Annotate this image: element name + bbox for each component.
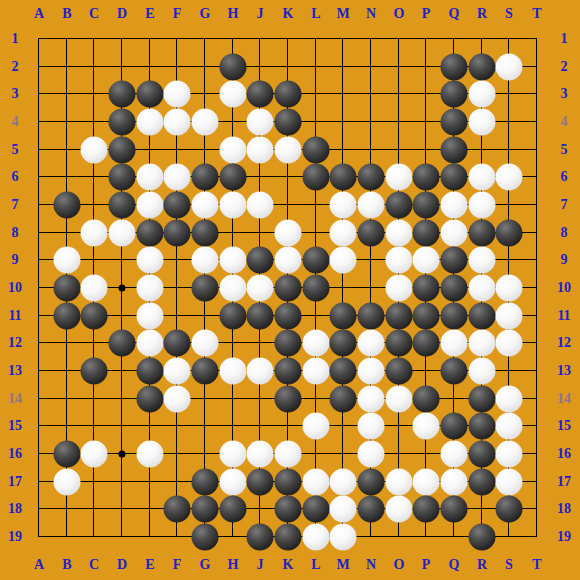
white-stone-S14[interactable] <box>495 385 522 412</box>
black-stone-K11[interactable] <box>274 302 301 329</box>
column-label-bottom: F <box>173 557 182 573</box>
black-stone-M12[interactable] <box>329 329 356 356</box>
column-label-bottom: N <box>366 557 376 573</box>
white-stone-E9[interactable] <box>136 246 163 273</box>
white-stone-R7[interactable] <box>468 191 495 218</box>
column-label-top: K <box>283 6 294 22</box>
white-stone-L12[interactable] <box>302 329 329 356</box>
black-stone-O7[interactable] <box>385 191 412 218</box>
white-stone-S2[interactable] <box>495 53 522 80</box>
column-label-top: N <box>366 6 376 22</box>
column-label-bottom: T <box>532 557 541 573</box>
row-label-right: 19 <box>557 529 571 545</box>
column-label-bottom: G <box>200 557 211 573</box>
white-stone-E4[interactable] <box>136 108 163 135</box>
black-stone-P8[interactable] <box>412 219 439 246</box>
column-label-top: T <box>532 6 541 22</box>
black-stone-G10[interactable] <box>191 274 218 301</box>
black-stone-L18[interactable] <box>302 495 329 522</box>
black-stone-G18[interactable] <box>191 495 218 522</box>
row-label-left: 19 <box>8 529 22 545</box>
white-stone-S6[interactable] <box>495 163 522 190</box>
white-stone-O9[interactable] <box>385 246 412 273</box>
black-stone-E13[interactable] <box>136 357 163 384</box>
white-stone-Q12[interactable] <box>440 329 467 356</box>
white-stone-S10[interactable] <box>495 274 522 301</box>
black-stone-C13[interactable] <box>80 357 107 384</box>
row-label-left: 16 <box>8 446 22 462</box>
column-label-top: M <box>336 6 349 22</box>
black-stone-O13[interactable] <box>385 357 412 384</box>
black-stone-K12[interactable] <box>274 329 301 356</box>
black-stone-R8[interactable] <box>468 219 495 246</box>
row-label-left: 5 <box>12 142 19 158</box>
row-label-right: 1 <box>561 31 568 47</box>
white-stone-O10[interactable] <box>385 274 412 301</box>
black-stone-R11[interactable] <box>468 302 495 329</box>
grid-line-vertical <box>536 38 537 537</box>
white-stone-J4[interactable] <box>246 108 273 135</box>
row-label-right: 2 <box>561 59 568 75</box>
white-stone-H13[interactable] <box>219 357 246 384</box>
white-stone-B17[interactable] <box>53 468 80 495</box>
black-stone-J19[interactable] <box>246 523 273 550</box>
white-stone-B9[interactable] <box>53 246 80 273</box>
row-label-left: 3 <box>12 86 19 102</box>
white-stone-H10[interactable] <box>219 274 246 301</box>
row-label-right: 9 <box>561 252 568 268</box>
black-stone-N18[interactable] <box>357 495 384 522</box>
column-label-bottom: B <box>62 557 71 573</box>
white-stone-K5[interactable] <box>274 136 301 163</box>
white-stone-E11[interactable] <box>136 302 163 329</box>
black-stone-D6[interactable] <box>108 163 135 190</box>
row-label-left: 8 <box>12 225 19 241</box>
white-stone-O14[interactable] <box>385 385 412 412</box>
row-label-right: 14 <box>557 391 571 407</box>
white-stone-F3[interactable] <box>163 80 190 107</box>
black-stone-S8[interactable] <box>495 219 522 246</box>
row-label-left: 17 <box>8 474 22 490</box>
black-stone-C11[interactable] <box>80 302 107 329</box>
column-label-bottom: S <box>505 557 513 573</box>
white-stone-Q17[interactable] <box>440 468 467 495</box>
column-label-top: F <box>173 6 182 22</box>
black-stone-E8[interactable] <box>136 219 163 246</box>
white-stone-M18[interactable] <box>329 495 356 522</box>
black-stone-J11[interactable] <box>246 302 273 329</box>
black-stone-L10[interactable] <box>302 274 329 301</box>
black-stone-D3[interactable] <box>108 80 135 107</box>
white-stone-J7[interactable] <box>246 191 273 218</box>
black-stone-K17[interactable] <box>274 468 301 495</box>
column-label-top: Q <box>449 6 460 22</box>
white-stone-M8[interactable] <box>329 219 356 246</box>
black-stone-H11[interactable] <box>219 302 246 329</box>
white-stone-E12[interactable] <box>136 329 163 356</box>
white-stone-L17[interactable] <box>302 468 329 495</box>
white-stone-M7[interactable] <box>329 191 356 218</box>
white-stone-J16[interactable] <box>246 440 273 467</box>
white-stone-G12[interactable] <box>191 329 218 356</box>
white-stone-G4[interactable] <box>191 108 218 135</box>
row-label-right: 17 <box>557 474 571 490</box>
black-stone-R2[interactable] <box>468 53 495 80</box>
column-label-top: B <box>62 6 71 22</box>
black-stone-B16[interactable] <box>53 440 80 467</box>
black-stone-S18[interactable] <box>495 495 522 522</box>
black-stone-F7[interactable] <box>163 191 190 218</box>
black-stone-R14[interactable] <box>468 385 495 412</box>
white-stone-M9[interactable] <box>329 246 356 273</box>
black-stone-M6[interactable] <box>329 163 356 190</box>
white-stone-H16[interactable] <box>219 440 246 467</box>
black-stone-D7[interactable] <box>108 191 135 218</box>
column-label-bottom: J <box>257 557 264 573</box>
column-label-top: O <box>394 6 405 22</box>
row-label-left: 9 <box>12 252 19 268</box>
black-stone-N17[interactable] <box>357 468 384 495</box>
row-label-right: 16 <box>557 446 571 462</box>
white-stone-N12[interactable] <box>357 329 384 356</box>
row-label-left: 11 <box>8 308 21 324</box>
column-label-top: D <box>117 6 127 22</box>
black-stone-R19[interactable] <box>468 523 495 550</box>
column-label-bottom: H <box>228 557 239 573</box>
row-label-right: 15 <box>557 418 571 434</box>
column-label-bottom: K <box>283 557 294 573</box>
white-stone-N15[interactable] <box>357 412 384 439</box>
black-stone-N11[interactable] <box>357 302 384 329</box>
black-stone-N6[interactable] <box>357 163 384 190</box>
white-stone-R12[interactable] <box>468 329 495 356</box>
row-label-left: 7 <box>12 197 19 213</box>
black-stone-Q3[interactable] <box>440 80 467 107</box>
white-stone-R13[interactable] <box>468 357 495 384</box>
row-label-right: 7 <box>561 197 568 213</box>
white-stone-M17[interactable] <box>329 468 356 495</box>
black-stone-F12[interactable] <box>163 329 190 356</box>
white-stone-S11[interactable] <box>495 302 522 329</box>
white-stone-F14[interactable] <box>163 385 190 412</box>
black-stone-Q6[interactable] <box>440 163 467 190</box>
black-stone-K3[interactable] <box>274 80 301 107</box>
column-label-top: G <box>200 6 211 22</box>
black-stone-G6[interactable] <box>191 163 218 190</box>
go-board[interactable]: AABBCCDDEEFFGGHHJJKKLLMMNNOOPPQQRRSSTT11… <box>0 0 580 580</box>
white-stone-R4[interactable] <box>468 108 495 135</box>
white-stone-N13[interactable] <box>357 357 384 384</box>
white-stone-E10[interactable] <box>136 274 163 301</box>
white-stone-R10[interactable] <box>468 274 495 301</box>
column-label-top: A <box>34 6 44 22</box>
black-stone-R16[interactable] <box>468 440 495 467</box>
row-label-left: 4 <box>12 114 19 130</box>
column-label-bottom: A <box>34 557 44 573</box>
black-stone-K14[interactable] <box>274 385 301 412</box>
row-label-right: 11 <box>557 308 570 324</box>
black-stone-P12[interactable] <box>412 329 439 356</box>
white-stone-E16[interactable] <box>136 440 163 467</box>
black-stone-E3[interactable] <box>136 80 163 107</box>
black-stone-Q4[interactable] <box>440 108 467 135</box>
column-label-top: J <box>257 6 264 22</box>
white-stone-H9[interactable] <box>219 246 246 273</box>
black-stone-K10[interactable] <box>274 274 301 301</box>
white-stone-Q8[interactable] <box>440 219 467 246</box>
row-label-left: 2 <box>12 59 19 75</box>
column-label-top: P <box>422 6 431 22</box>
white-stone-O6[interactable] <box>385 163 412 190</box>
black-stone-P10[interactable] <box>412 274 439 301</box>
black-stone-O11[interactable] <box>385 302 412 329</box>
white-stone-R9[interactable] <box>468 246 495 273</box>
white-stone-H17[interactable] <box>219 468 246 495</box>
black-stone-K4[interactable] <box>274 108 301 135</box>
white-stone-J13[interactable] <box>246 357 273 384</box>
black-stone-Q2[interactable] <box>440 53 467 80</box>
white-stone-K9[interactable] <box>274 246 301 273</box>
white-stone-E6[interactable] <box>136 163 163 190</box>
white-stone-Q16[interactable] <box>440 440 467 467</box>
white-stone-R6[interactable] <box>468 163 495 190</box>
row-label-right: 10 <box>557 280 571 296</box>
white-stone-O8[interactable] <box>385 219 412 246</box>
white-stone-S17[interactable] <box>495 468 522 495</box>
white-stone-P15[interactable] <box>412 412 439 439</box>
black-stone-R17[interactable] <box>468 468 495 495</box>
black-stone-Q13[interactable] <box>440 357 467 384</box>
black-stone-K18[interactable] <box>274 495 301 522</box>
black-stone-M11[interactable] <box>329 302 356 329</box>
row-label-left: 13 <box>8 363 22 379</box>
white-stone-K8[interactable] <box>274 219 301 246</box>
black-stone-G19[interactable] <box>191 523 218 550</box>
white-stone-N14[interactable] <box>357 385 384 412</box>
column-label-bottom: Q <box>449 557 460 573</box>
row-label-right: 3 <box>561 86 568 102</box>
black-stone-K19[interactable] <box>274 523 301 550</box>
row-label-right: 6 <box>561 169 568 185</box>
black-stone-P6[interactable] <box>412 163 439 190</box>
white-stone-O17[interactable] <box>385 468 412 495</box>
black-stone-F18[interactable] <box>163 495 190 522</box>
white-stone-C5[interactable] <box>80 136 107 163</box>
black-stone-P14[interactable] <box>412 385 439 412</box>
column-label-top: H <box>228 6 239 22</box>
white-stone-J10[interactable] <box>246 274 273 301</box>
white-stone-C10[interactable] <box>80 274 107 301</box>
black-stone-L6[interactable] <box>302 163 329 190</box>
white-stone-C16[interactable] <box>80 440 107 467</box>
hoshi-point <box>118 284 125 291</box>
white-stone-H3[interactable] <box>219 80 246 107</box>
row-label-left: 18 <box>8 501 22 517</box>
white-stone-N7[interactable] <box>357 191 384 218</box>
white-stone-P17[interactable] <box>412 468 439 495</box>
black-stone-Q9[interactable] <box>440 246 467 273</box>
black-stone-Q15[interactable] <box>440 412 467 439</box>
black-stone-R15[interactable] <box>468 412 495 439</box>
white-stone-L13[interactable] <box>302 357 329 384</box>
black-stone-K13[interactable] <box>274 357 301 384</box>
hoshi-point <box>118 450 125 457</box>
row-label-right: 13 <box>557 363 571 379</box>
column-label-bottom: E <box>145 557 154 573</box>
white-stone-D8[interactable] <box>108 219 135 246</box>
row-label-right: 12 <box>557 335 571 351</box>
black-stone-J17[interactable] <box>246 468 273 495</box>
column-label-bottom: O <box>394 557 405 573</box>
white-stone-O18[interactable] <box>385 495 412 522</box>
white-stone-N16[interactable] <box>357 440 384 467</box>
black-stone-H18[interactable] <box>219 495 246 522</box>
white-stone-L19[interactable] <box>302 523 329 550</box>
white-stone-G7[interactable] <box>191 191 218 218</box>
row-label-right: 8 <box>561 225 568 241</box>
black-stone-B11[interactable] <box>53 302 80 329</box>
white-stone-P9[interactable] <box>412 246 439 273</box>
white-stone-F13[interactable] <box>163 357 190 384</box>
grid-line-vertical <box>342 38 343 537</box>
black-stone-Q10[interactable] <box>440 274 467 301</box>
column-label-top: S <box>505 6 513 22</box>
black-stone-D5[interactable] <box>108 136 135 163</box>
black-stone-B10[interactable] <box>53 274 80 301</box>
black-stone-E14[interactable] <box>136 385 163 412</box>
black-stone-F8[interactable] <box>163 219 190 246</box>
black-stone-L5[interactable] <box>302 136 329 163</box>
white-stone-R3[interactable] <box>468 80 495 107</box>
column-label-bottom: P <box>422 557 431 573</box>
black-stone-J9[interactable] <box>246 246 273 273</box>
black-stone-G8[interactable] <box>191 219 218 246</box>
black-stone-P11[interactable] <box>412 302 439 329</box>
column-label-bottom: D <box>117 557 127 573</box>
column-label-bottom: M <box>336 557 349 573</box>
column-label-bottom: L <box>311 557 320 573</box>
black-stone-B7[interactable] <box>53 191 80 218</box>
black-stone-D4[interactable] <box>108 108 135 135</box>
white-stone-S15[interactable] <box>495 412 522 439</box>
column-label-bottom: R <box>477 557 487 573</box>
row-label-left: 15 <box>8 418 22 434</box>
white-stone-J5[interactable] <box>246 136 273 163</box>
black-stone-H2[interactable] <box>219 53 246 80</box>
white-stone-M19[interactable] <box>329 523 356 550</box>
black-stone-J3[interactable] <box>246 80 273 107</box>
white-stone-H5[interactable] <box>219 136 246 163</box>
black-stone-O12[interactable] <box>385 329 412 356</box>
row-label-left: 10 <box>8 280 22 296</box>
black-stone-D12[interactable] <box>108 329 135 356</box>
black-stone-N8[interactable] <box>357 219 384 246</box>
black-stone-Q18[interactable] <box>440 495 467 522</box>
black-stone-Q5[interactable] <box>440 136 467 163</box>
column-label-bottom: C <box>89 557 99 573</box>
black-stone-Q11[interactable] <box>440 302 467 329</box>
row-label-right: 4 <box>561 114 568 130</box>
black-stone-L9[interactable] <box>302 246 329 273</box>
row-label-right: 5 <box>561 142 568 158</box>
black-stone-P18[interactable] <box>412 495 439 522</box>
black-stone-G13[interactable] <box>191 357 218 384</box>
white-stone-G9[interactable] <box>191 246 218 273</box>
row-label-right: 18 <box>557 501 571 517</box>
column-label-top: E <box>145 6 154 22</box>
black-stone-M13[interactable] <box>329 357 356 384</box>
white-stone-Q7[interactable] <box>440 191 467 218</box>
row-label-left: 1 <box>12 31 19 47</box>
white-stone-E7[interactable] <box>136 191 163 218</box>
white-stone-K16[interactable] <box>274 440 301 467</box>
white-stone-H7[interactable] <box>219 191 246 218</box>
white-stone-S16[interactable] <box>495 440 522 467</box>
white-stone-S12[interactable] <box>495 329 522 356</box>
column-label-top: L <box>311 6 320 22</box>
white-stone-L15[interactable] <box>302 412 329 439</box>
black-stone-P7[interactable] <box>412 191 439 218</box>
column-label-top: R <box>477 6 487 22</box>
white-stone-C8[interactable] <box>80 219 107 246</box>
black-stone-G17[interactable] <box>191 468 218 495</box>
row-label-left: 6 <box>12 169 19 185</box>
row-label-left: 12 <box>8 335 22 351</box>
white-stone-F6[interactable] <box>163 163 190 190</box>
white-stone-F4[interactable] <box>163 108 190 135</box>
black-stone-M14[interactable] <box>329 385 356 412</box>
row-label-left: 14 <box>8 391 22 407</box>
column-label-top: C <box>89 6 99 22</box>
black-stone-H6[interactable] <box>219 163 246 190</box>
